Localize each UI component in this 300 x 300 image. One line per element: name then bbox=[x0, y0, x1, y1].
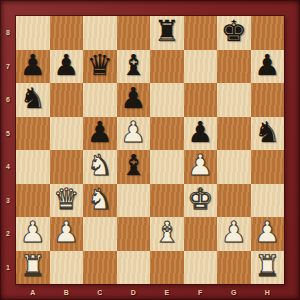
black-king[interactable]: ♚ bbox=[221, 17, 247, 46]
square-h2[interactable]: ♟ bbox=[251, 217, 285, 251]
square-d1[interactable] bbox=[117, 251, 151, 285]
white-queen[interactable]: ♛ bbox=[53, 185, 79, 214]
square-f5[interactable]: ♟ bbox=[184, 117, 218, 151]
rank-label-8: 8 bbox=[0, 16, 16, 50]
board: ♜♚♟♟♛♝♟♞♟♟♟♟♞♞♝♟♛♞♚♟♟♝♟♟♜♜ bbox=[16, 16, 284, 284]
square-h4[interactable] bbox=[251, 150, 285, 184]
square-f1[interactable] bbox=[184, 251, 218, 285]
square-f7[interactable] bbox=[184, 50, 218, 84]
file-label-g: G bbox=[217, 284, 251, 300]
square-h7[interactable]: ♟ bbox=[251, 50, 285, 84]
file-label-b: B bbox=[50, 284, 84, 300]
square-e5[interactable] bbox=[150, 117, 184, 151]
square-f4[interactable]: ♟ bbox=[184, 150, 218, 184]
square-b2[interactable]: ♟ bbox=[50, 217, 84, 251]
black-rook[interactable]: ♜ bbox=[154, 17, 180, 46]
square-a6[interactable]: ♞ bbox=[16, 83, 50, 117]
square-b5[interactable] bbox=[50, 117, 84, 151]
square-c3[interactable]: ♞ bbox=[83, 184, 117, 218]
black-queen[interactable]: ♛ bbox=[87, 51, 113, 80]
white-pawn[interactable]: ♟ bbox=[120, 118, 146, 147]
black-pawn[interactable]: ♟ bbox=[254, 51, 280, 80]
square-d7[interactable]: ♝ bbox=[117, 50, 151, 84]
square-d4[interactable]: ♝ bbox=[117, 150, 151, 184]
white-knight[interactable]: ♞ bbox=[87, 185, 113, 214]
square-b1[interactable] bbox=[50, 251, 84, 285]
square-g6[interactable] bbox=[217, 83, 251, 117]
file-label-c: C bbox=[83, 284, 117, 300]
white-rook[interactable]: ♜ bbox=[254, 252, 280, 281]
square-f2[interactable] bbox=[184, 217, 218, 251]
square-c5[interactable]: ♟ bbox=[83, 117, 117, 151]
square-e7[interactable] bbox=[150, 50, 184, 84]
black-pawn[interactable]: ♟ bbox=[187, 118, 213, 147]
square-d5[interactable]: ♟ bbox=[117, 117, 151, 151]
square-a8[interactable] bbox=[16, 16, 50, 50]
square-c7[interactable]: ♛ bbox=[83, 50, 117, 84]
square-e8[interactable]: ♜ bbox=[150, 16, 184, 50]
file-label-a: A bbox=[16, 284, 50, 300]
rank-label-1: 1 bbox=[0, 251, 16, 285]
square-e3[interactable] bbox=[150, 184, 184, 218]
square-g7[interactable] bbox=[217, 50, 251, 84]
square-d6[interactable]: ♟ bbox=[117, 83, 151, 117]
square-c4[interactable]: ♞ bbox=[83, 150, 117, 184]
file-labels: ABCDEFGH bbox=[16, 284, 284, 300]
square-c2[interactable] bbox=[83, 217, 117, 251]
black-bishop[interactable]: ♝ bbox=[120, 151, 146, 180]
square-f6[interactable] bbox=[184, 83, 218, 117]
black-knight[interactable]: ♞ bbox=[254, 118, 280, 147]
chessboard-frame: 87654321 ABCDEFGH ♜♚♟♟♛♝♟♞♟♟♟♟♞♞♝♟♛♞♚♟♟♝… bbox=[0, 0, 300, 300]
square-e1[interactable] bbox=[150, 251, 184, 285]
square-b4[interactable] bbox=[50, 150, 84, 184]
rank-label-3: 3 bbox=[0, 184, 16, 218]
square-b8[interactable] bbox=[50, 16, 84, 50]
square-f8[interactable] bbox=[184, 16, 218, 50]
file-label-f: F bbox=[184, 284, 218, 300]
file-label-h: H bbox=[251, 284, 285, 300]
rank-label-7: 7 bbox=[0, 50, 16, 84]
white-pawn[interactable]: ♟ bbox=[187, 151, 213, 180]
square-e2[interactable]: ♝ bbox=[150, 217, 184, 251]
square-g3[interactable] bbox=[217, 184, 251, 218]
square-c1[interactable] bbox=[83, 251, 117, 285]
rank-label-5: 5 bbox=[0, 117, 16, 151]
white-knight[interactable]: ♞ bbox=[87, 151, 113, 180]
rank-label-4: 4 bbox=[0, 150, 16, 184]
black-pawn[interactable]: ♟ bbox=[120, 84, 146, 113]
square-a1[interactable]: ♜ bbox=[16, 251, 50, 285]
white-rook[interactable]: ♜ bbox=[20, 252, 46, 281]
white-pawn[interactable]: ♟ bbox=[53, 218, 79, 247]
square-a5[interactable] bbox=[16, 117, 50, 151]
square-g5[interactable] bbox=[217, 117, 251, 151]
square-b7[interactable]: ♟ bbox=[50, 50, 84, 84]
square-a4[interactable] bbox=[16, 150, 50, 184]
square-h5[interactable]: ♞ bbox=[251, 117, 285, 151]
square-g2[interactable]: ♟ bbox=[217, 217, 251, 251]
square-f3[interactable]: ♚ bbox=[184, 184, 218, 218]
square-d2[interactable] bbox=[117, 217, 151, 251]
black-pawn[interactable]: ♟ bbox=[53, 51, 79, 80]
square-g1[interactable] bbox=[217, 251, 251, 285]
square-g8[interactable]: ♚ bbox=[217, 16, 251, 50]
white-pawn[interactable]: ♟ bbox=[221, 218, 247, 247]
square-h1[interactable]: ♜ bbox=[251, 251, 285, 285]
square-b3[interactable]: ♛ bbox=[50, 184, 84, 218]
black-pawn[interactable]: ♟ bbox=[87, 118, 113, 147]
square-a7[interactable]: ♟ bbox=[16, 50, 50, 84]
black-bishop[interactable]: ♝ bbox=[120, 51, 146, 80]
white-king[interactable]: ♚ bbox=[187, 185, 213, 214]
square-c8[interactable] bbox=[83, 16, 117, 50]
square-c6[interactable] bbox=[83, 83, 117, 117]
square-h8[interactable] bbox=[251, 16, 285, 50]
square-a3[interactable] bbox=[16, 184, 50, 218]
white-bishop[interactable]: ♝ bbox=[154, 218, 180, 247]
file-label-e: E bbox=[150, 284, 184, 300]
square-b6[interactable] bbox=[50, 83, 84, 117]
square-e4[interactable] bbox=[150, 150, 184, 184]
rank-labels: 87654321 bbox=[0, 16, 16, 284]
black-pawn[interactable]: ♟ bbox=[20, 51, 46, 80]
square-a2[interactable]: ♟ bbox=[16, 217, 50, 251]
rank-label-2: 2 bbox=[0, 217, 16, 251]
square-g4[interactable] bbox=[217, 150, 251, 184]
square-d8[interactable] bbox=[117, 16, 151, 50]
white-pawn[interactable]: ♟ bbox=[20, 218, 46, 247]
file-label-d: D bbox=[117, 284, 151, 300]
square-d3[interactable] bbox=[117, 184, 151, 218]
white-pawn[interactable]: ♟ bbox=[254, 218, 280, 247]
black-knight[interactable]: ♞ bbox=[20, 84, 46, 113]
square-e6[interactable] bbox=[150, 83, 184, 117]
square-h3[interactable] bbox=[251, 184, 285, 218]
square-h6[interactable] bbox=[251, 83, 285, 117]
rank-label-6: 6 bbox=[0, 83, 16, 117]
